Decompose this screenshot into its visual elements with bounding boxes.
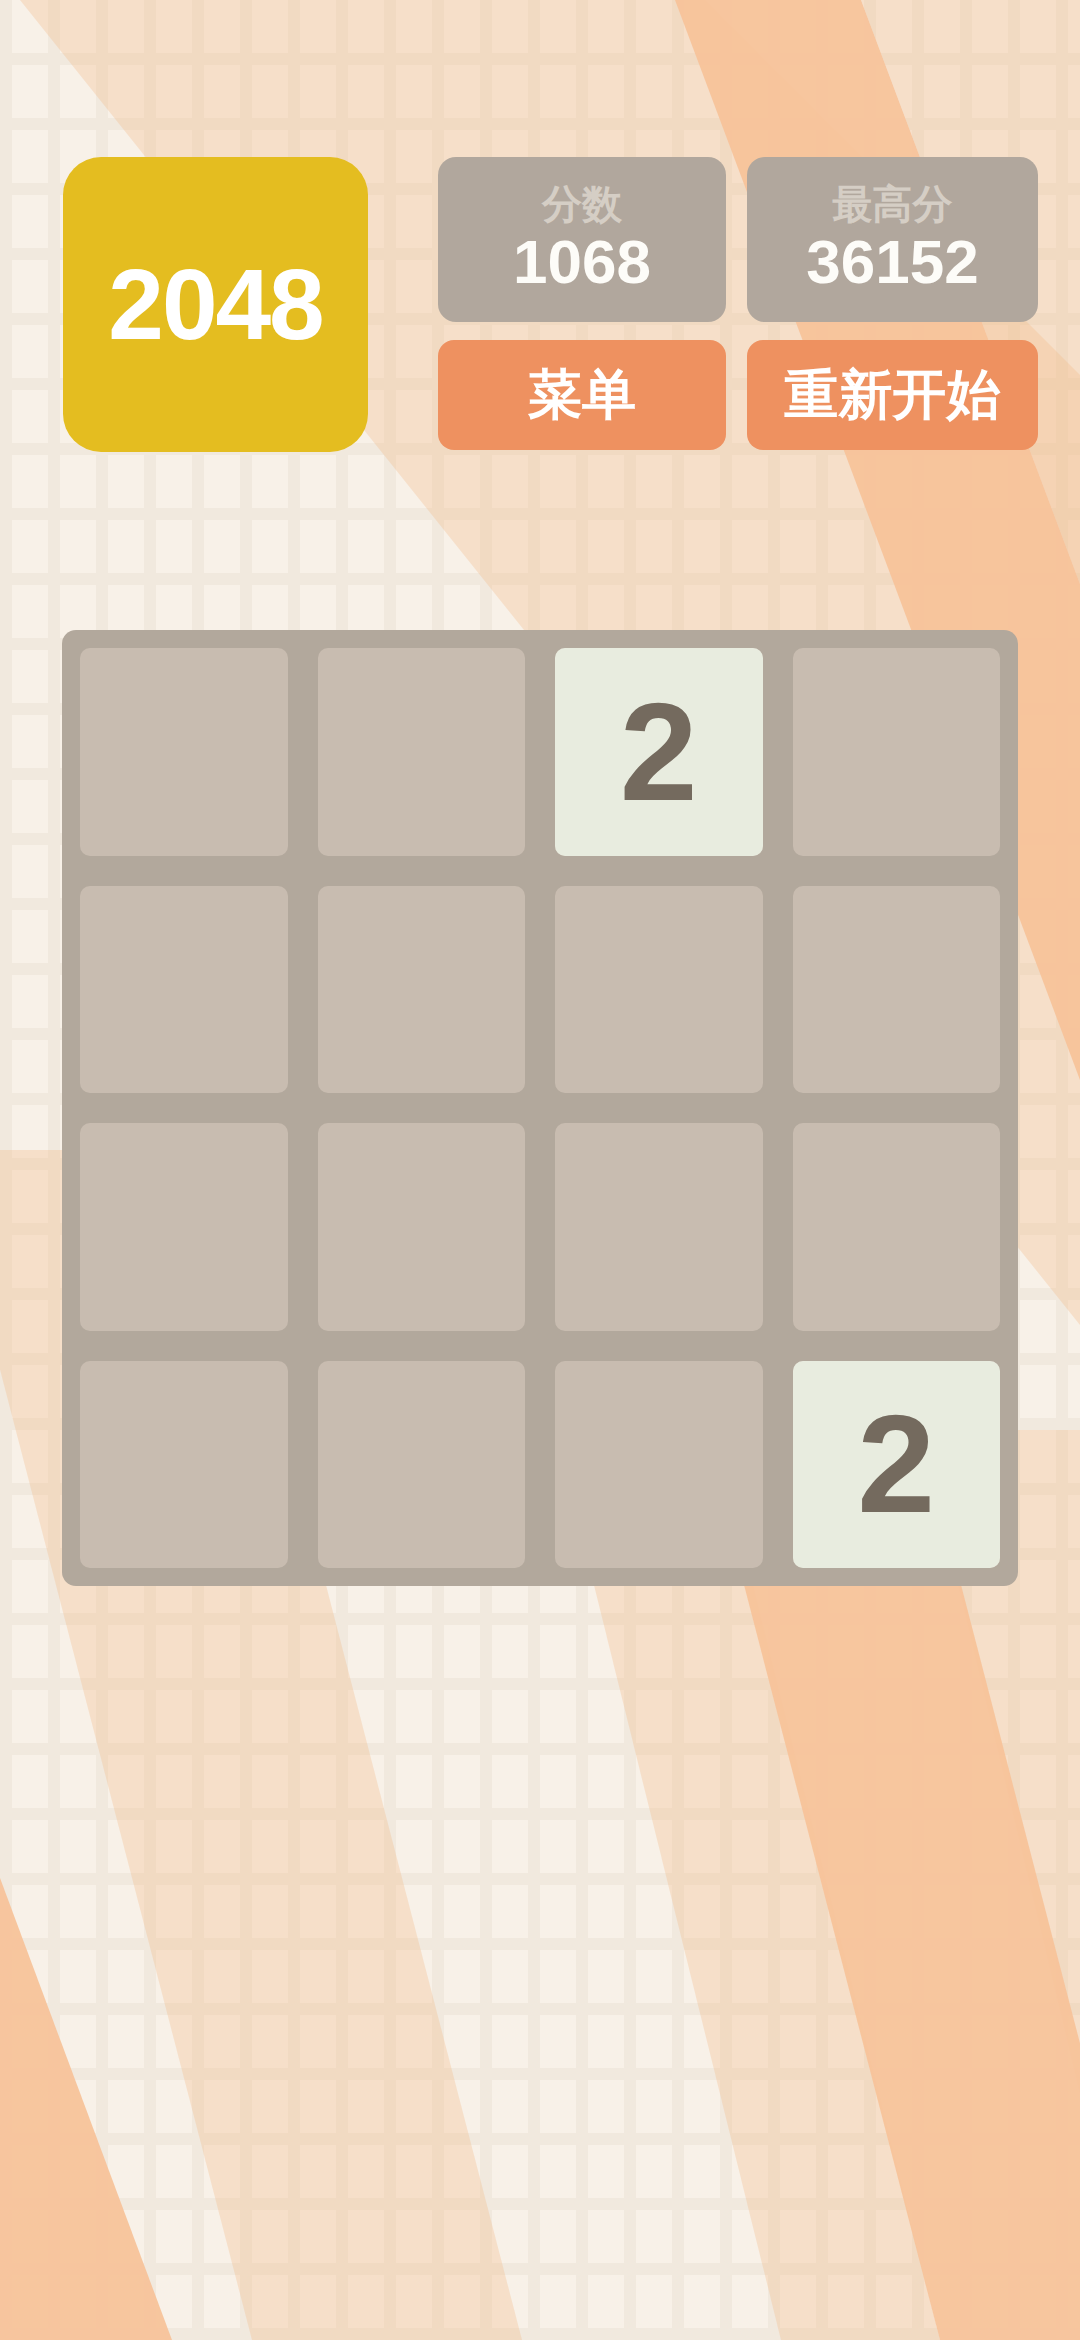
board-cell-r2c2 <box>555 1123 763 1331</box>
app-screen: 2048 分数 1068 最高分 36152 菜单 重新开始 22 <box>0 0 1080 2340</box>
score-label: 分数 <box>542 182 622 227</box>
board-cell-r3c1 <box>318 1361 526 1569</box>
board-cell-r3c3: 2 <box>793 1361 1001 1569</box>
board-cell-r0c0 <box>80 648 288 856</box>
board-cell-r1c1 <box>318 886 526 1094</box>
tile-2: 2 <box>555 648 763 856</box>
score-box: 分数 1068 <box>438 157 726 322</box>
game-logo: 2048 <box>63 157 368 452</box>
board-cell-r0c1 <box>318 648 526 856</box>
board-cell-r0c2: 2 <box>555 648 763 856</box>
board-grid[interactable]: 22 <box>62 630 1018 1586</box>
board-cell-r2c0 <box>80 1123 288 1331</box>
board-cell-r1c2 <box>555 886 763 1094</box>
board-cell-r3c0 <box>80 1361 288 1569</box>
best-score-label: 最高分 <box>833 182 953 227</box>
board-cell-r2c1 <box>318 1123 526 1331</box>
board-cell-r0c3 <box>793 648 1001 856</box>
board-cell-r1c3 <box>793 886 1001 1094</box>
board-cell-r1c0 <box>80 886 288 1094</box>
score-value: 1068 <box>513 227 651 296</box>
peach-stripe-strong <box>0 1878 172 2340</box>
restart-button[interactable]: 重新开始 <box>747 340 1038 450</box>
tile-2: 2 <box>793 1361 1001 1569</box>
board-cell-r2c3 <box>793 1123 1001 1331</box>
board-cell-r3c2 <box>555 1361 763 1569</box>
best-score-box: 最高分 36152 <box>747 157 1038 322</box>
best-score-value: 36152 <box>806 227 978 296</box>
menu-button[interactable]: 菜单 <box>438 340 726 450</box>
